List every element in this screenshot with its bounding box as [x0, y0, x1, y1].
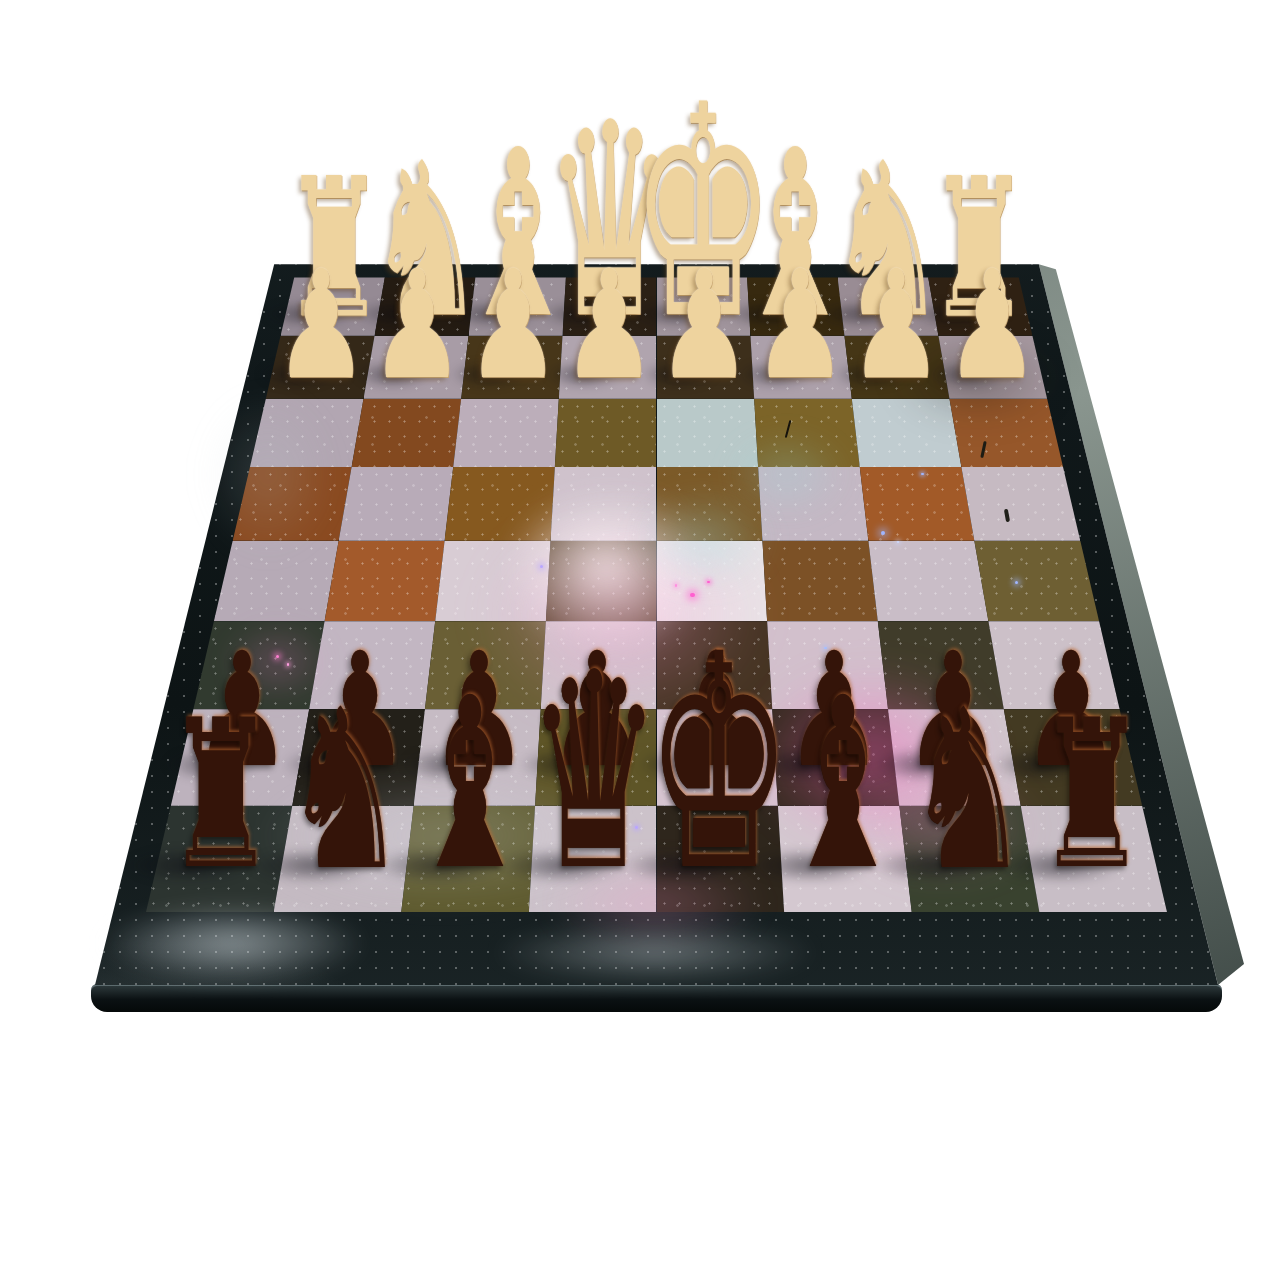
white-pawn[interactable]: ♟: [466, 271, 560, 379]
black-king[interactable]: ♚: [646, 656, 792, 869]
square-a5[interactable]: [233, 467, 352, 541]
white-pawn[interactable]: ♟: [753, 271, 847, 379]
white-pawn[interactable]: ♟: [274, 271, 368, 379]
chess-photo-scene: ♜♞♝♛♚♝♞♜♟♟♟♟♟♟♟♟♟♟♟♟♟♟♟♟♜♞♝♛♚♝♞♜: [0, 0, 1280, 1280]
white-pawn[interactable]: ♟: [849, 271, 943, 379]
square-c5[interactable]: [445, 467, 555, 541]
white-pawn[interactable]: ♟: [657, 271, 751, 379]
black-rook[interactable]: ♜: [166, 722, 276, 870]
board-near-side-edge: [91, 984, 1222, 1012]
square-h5[interactable]: [961, 467, 1080, 541]
square-a4[interactable]: [214, 541, 339, 621]
square-d5[interactable]: [551, 467, 657, 541]
black-rook[interactable]: ♜: [1037, 722, 1147, 870]
square-f5[interactable]: [758, 467, 868, 541]
square-b5[interactable]: [339, 467, 454, 541]
black-knight[interactable]: ♞: [905, 710, 1030, 869]
white-pawn[interactable]: ♟: [370, 271, 464, 379]
black-bishop[interactable]: ♝: [406, 700, 533, 870]
square-d4[interactable]: [546, 541, 657, 621]
square-c4[interactable]: [435, 541, 550, 621]
square-g4[interactable]: [868, 541, 988, 621]
white-pawn[interactable]: ♟: [562, 271, 656, 379]
square-e5[interactable]: [657, 467, 763, 541]
white-pawn[interactable]: ♟: [945, 271, 1039, 379]
black-knight[interactable]: ♞: [283, 710, 408, 869]
square-b4[interactable]: [325, 541, 445, 621]
square-h4[interactable]: [974, 541, 1099, 621]
square-g5[interactable]: [860, 467, 975, 541]
black-bishop[interactable]: ♝: [780, 700, 907, 870]
black-queen[interactable]: ♛: [527, 674, 661, 869]
